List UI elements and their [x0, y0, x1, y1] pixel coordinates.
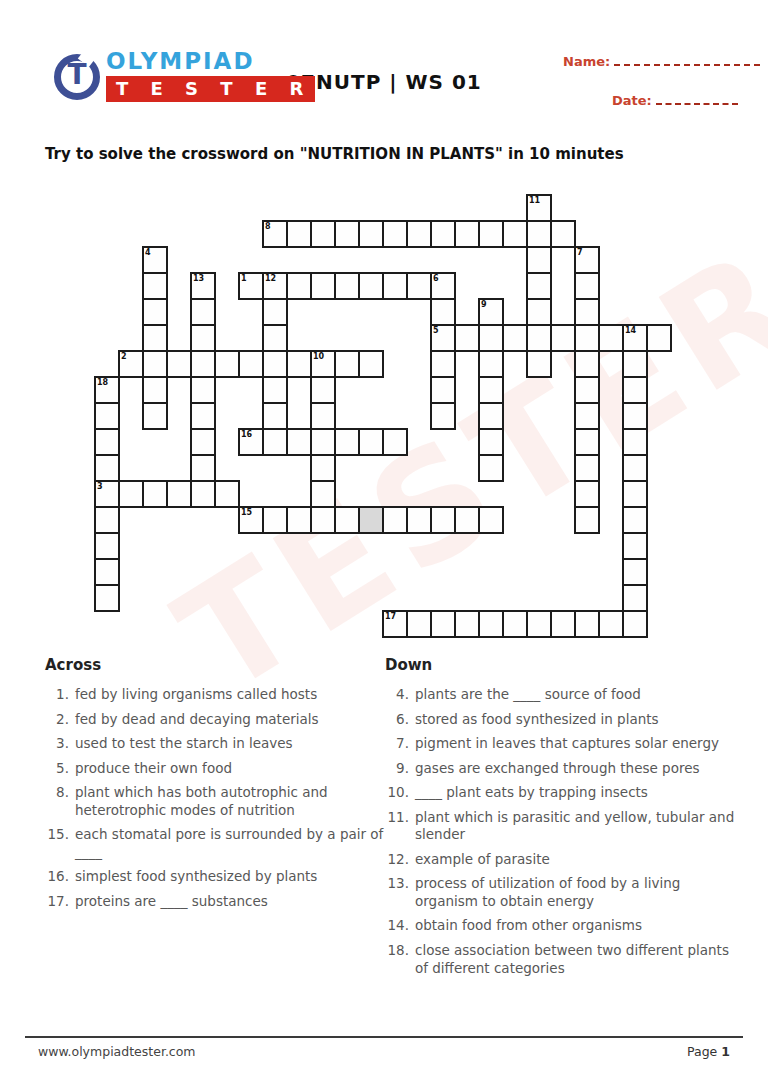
cell-r4c2[interactable] — [142, 298, 168, 326]
cell-r5c2[interactable] — [142, 324, 168, 352]
cell-r12c12[interactable] — [382, 506, 408, 534]
across-heading: Across — [45, 656, 385, 674]
cell-r3c13[interactable] — [406, 272, 432, 300]
clue-item-text: produce their own food — [75, 760, 385, 778]
cell-r9c10[interactable] — [334, 428, 360, 456]
cell-r12c15[interactable] — [454, 506, 480, 534]
clue-item-18: 18.close association between two differe… — [385, 942, 745, 977]
cell-r0c18[interactable]: 11 — [526, 194, 552, 222]
clue-item-7: 7.pigment in leaves that captures solar … — [385, 735, 745, 753]
clue-number-16: 16 — [241, 430, 252, 439]
cell-r6c8[interactable] — [286, 350, 312, 378]
clue-item-number: 17. — [45, 893, 69, 911]
cell-r5c19[interactable] — [550, 324, 576, 352]
cell-r7c20[interactable] — [574, 376, 600, 404]
cell-r9c6[interactable]: 16 — [238, 428, 264, 456]
cell-r9c16[interactable] — [478, 428, 504, 456]
cell-r7c0[interactable]: 18 — [94, 376, 120, 404]
cell-r16c19[interactable] — [550, 610, 576, 638]
cell-r16c20[interactable] — [574, 610, 600, 638]
clue-item-text: used to test the starch in leaves — [75, 735, 385, 753]
cell-r12c6[interactable]: 15 — [238, 506, 264, 534]
cell-r16c22[interactable] — [622, 610, 648, 638]
cell-r4c16[interactable]: 9 — [478, 298, 504, 326]
cell-r1c10[interactable] — [334, 220, 360, 248]
cell-r15c22[interactable] — [622, 584, 648, 612]
cell-r16c21[interactable] — [598, 610, 624, 638]
cell-r12c13[interactable] — [406, 506, 432, 534]
cell-r10c9[interactable] — [310, 454, 336, 482]
cell-r1c19[interactable] — [550, 220, 576, 248]
cell-r6c10[interactable] — [334, 350, 360, 378]
cell-r4c20[interactable] — [574, 298, 600, 326]
clue-number-8: 8 — [265, 222, 271, 231]
clue-number-12: 12 — [265, 274, 276, 283]
clue-item-6: 6.stored as food synthesized in plants — [385, 711, 745, 729]
cell-r9c11[interactable] — [358, 428, 384, 456]
cell-r3c14[interactable]: 6 — [430, 272, 456, 300]
cell-r3c20[interactable] — [574, 272, 600, 300]
clue-item-text: proteins are ____ substances — [75, 893, 385, 911]
cell-r12c9[interactable] — [310, 506, 336, 534]
cell-r14c22[interactable] — [622, 558, 648, 586]
clue-item-16: 16.simplest food synthesized by plants — [45, 868, 385, 886]
cell-r11c4[interactable] — [190, 480, 216, 508]
cell-r6c2[interactable] — [142, 350, 168, 378]
cell-r10c4[interactable] — [190, 454, 216, 482]
clue-item-8: 8.plant which has both autotrophic and h… — [45, 784, 385, 819]
cell-r1c13[interactable] — [406, 220, 432, 248]
cell-r9c12[interactable] — [382, 428, 408, 456]
clue-number-17: 17 — [385, 612, 396, 621]
cell-r12c22[interactable] — [622, 506, 648, 534]
clue-number-11: 11 — [529, 196, 540, 205]
cell-r12c16[interactable] — [478, 506, 504, 534]
down-clue-list: 4.plants are the ____ source of food6.st… — [385, 686, 745, 977]
clue-item-text: example of parasite — [415, 851, 745, 869]
cell-r1c8[interactable] — [286, 220, 312, 248]
cell-r6c4[interactable] — [190, 350, 216, 378]
cell-r8c22[interactable] — [622, 402, 648, 430]
cell-r12c20[interactable] — [574, 506, 600, 534]
cell-r16c15[interactable] — [454, 610, 480, 638]
clue-number-5: 5 — [433, 326, 439, 335]
cell-r4c4[interactable] — [190, 298, 216, 326]
cell-r4c7[interactable] — [262, 298, 288, 326]
cell-r16c17[interactable] — [502, 610, 528, 638]
logo-ring-icon: T — [54, 54, 100, 100]
clue-item-number: 11. — [385, 809, 409, 844]
cell-r6c18[interactable] — [526, 350, 552, 378]
clue-item-number: 3. — [45, 735, 69, 753]
cell-r9c22[interactable] — [622, 428, 648, 456]
date-label: Date: — [612, 93, 652, 108]
cell-r12c10[interactable] — [334, 506, 360, 534]
cell-r1c18[interactable] — [526, 220, 552, 248]
clue-item-11: 11.plant which is parasitic and yellow, … — [385, 809, 745, 844]
cell-r5c15[interactable] — [454, 324, 480, 352]
cell-r9c4[interactable] — [190, 428, 216, 456]
cell-r7c16[interactable] — [478, 376, 504, 404]
cell-r11c9[interactable] — [310, 480, 336, 508]
cell-r16c13[interactable] — [406, 610, 432, 638]
cell-r11c3[interactable] — [166, 480, 192, 508]
clue-item-number: 13. — [385, 875, 409, 910]
cell-r6c16[interactable] — [478, 350, 504, 378]
cell-r16c18[interactable] — [526, 610, 552, 638]
cell-r5c16[interactable] — [478, 324, 504, 352]
clue-item-text: ____ plant eats by trapping insects — [415, 784, 745, 802]
cell-r6c7[interactable] — [262, 350, 288, 378]
clues-section: Across 1.fed by living organisms called … — [45, 656, 745, 984]
cell-r5c7[interactable] — [262, 324, 288, 352]
cell-r6c3[interactable] — [166, 350, 192, 378]
cell-r9c20[interactable] — [574, 428, 600, 456]
cell-r5c4[interactable] — [190, 324, 216, 352]
cell-r5c20[interactable] — [574, 324, 600, 352]
cell-r8c20[interactable] — [574, 402, 600, 430]
clue-number-9: 9 — [481, 300, 487, 309]
across-clues-column: Across 1.fed by living organisms called … — [45, 656, 385, 984]
cell-r2c20[interactable]: 7 — [574, 246, 600, 274]
cell-r4c18[interactable] — [526, 298, 552, 326]
cell-r8c7[interactable] — [262, 402, 288, 430]
cell-r12c0[interactable] — [94, 506, 120, 534]
cell-r1c14[interactable] — [430, 220, 456, 248]
clue-item-text: pigment in leaves that captures solar en… — [415, 735, 745, 753]
cell-r14c0[interactable] — [94, 558, 120, 586]
clue-item-number: 5. — [45, 760, 69, 778]
clue-item-4: 4.plants are the ____ source of food — [385, 686, 745, 704]
down-heading: Down — [385, 656, 745, 674]
cell-r11c5[interactable] — [214, 480, 240, 508]
cell-r7c22[interactable] — [622, 376, 648, 404]
clue-item-3: 3.used to test the starch in leaves — [45, 735, 385, 753]
cell-r1c7[interactable]: 8 — [262, 220, 288, 248]
clue-item-14: 14.obtain food from other organisms — [385, 917, 745, 935]
cell-r6c6[interactable] — [238, 350, 264, 378]
clue-item-number: 18. — [385, 942, 409, 977]
cell-r9c9[interactable] — [310, 428, 336, 456]
cell-r2c2[interactable]: 4 — [142, 246, 168, 274]
cell-r11c22[interactable] — [622, 480, 648, 508]
clue-number-2: 2 — [121, 352, 127, 361]
cell-r6c11[interactable] — [358, 350, 384, 378]
cell-r6c9[interactable]: 10 — [310, 350, 336, 378]
clue-item-number: 12. — [385, 851, 409, 869]
date-field: Date: — [612, 91, 738, 108]
cell-r8c9[interactable] — [310, 402, 336, 430]
date-blank-line[interactable] — [656, 91, 738, 105]
cell-r10c20[interactable] — [574, 454, 600, 482]
cell-r5c14[interactable]: 5 — [430, 324, 456, 352]
clue-number-14: 14 — [625, 326, 636, 335]
clue-number-7: 7 — [577, 248, 583, 257]
cell-r3c18[interactable] — [526, 272, 552, 300]
cell-r10c0[interactable] — [94, 454, 120, 482]
cell-r3c8[interactable] — [286, 272, 312, 300]
clue-item-number: 4. — [385, 686, 409, 704]
clue-item-number: 9. — [385, 760, 409, 778]
across-clue-list: 1.fed by living organisms called hosts2.… — [45, 686, 385, 910]
footer-divider — [25, 1036, 743, 1038]
clue-item-12: 12.example of parasite — [385, 851, 745, 869]
cell-r12c8[interactable] — [286, 506, 312, 534]
cell-r6c14[interactable] — [430, 350, 456, 378]
clue-item-text: gases are exchanged through these pores — [415, 760, 745, 778]
footer-website[interactable]: www.olympiadtester.com — [38, 1044, 196, 1059]
name-blank-line[interactable] — [614, 52, 760, 66]
clue-item-number: 14. — [385, 917, 409, 935]
clue-item-5: 5.produce their own food — [45, 760, 385, 778]
clue-number-3: 3 — [97, 482, 103, 491]
cell-r3c12[interactable] — [382, 272, 408, 300]
cell-r3c9[interactable] — [310, 272, 336, 300]
cell-r13c22[interactable] — [622, 532, 648, 560]
cell-r11c1[interactable] — [118, 480, 144, 508]
cell-r7c2[interactable] — [142, 376, 168, 404]
clue-item-number: 6. — [385, 711, 409, 729]
cell-r6c5[interactable] — [214, 350, 240, 378]
cell-r12c14[interactable] — [430, 506, 456, 534]
clue-number-15: 15 — [241, 508, 252, 517]
cell-r1c11[interactable] — [358, 220, 384, 248]
clue-item-text: simplest food synthesized by plants — [75, 868, 385, 886]
clue-item-text: stored as food synthesized in plants — [415, 711, 745, 729]
cell-r5c18[interactable] — [526, 324, 552, 352]
cell-r1c16[interactable] — [478, 220, 504, 248]
name-field: Name: — [563, 52, 760, 69]
cell-r5c21[interactable] — [598, 324, 624, 352]
clue-item-1: 1.fed by living organisms called hosts — [45, 686, 385, 704]
instruction-text: Try to solve the crossword on "NUTRITION… — [45, 145, 624, 163]
cell-r10c16[interactable] — [478, 454, 504, 482]
cell-r9c7[interactable] — [262, 428, 288, 456]
cell-r12c11[interactable] — [358, 506, 384, 534]
cell-r16c16[interactable] — [478, 610, 504, 638]
clue-item-number: 10. — [385, 784, 409, 802]
logo-t-glyph: T — [61, 58, 93, 91]
clue-number-1: 1 — [241, 274, 247, 283]
cell-r9c8[interactable] — [286, 428, 312, 456]
cell-r12c7[interactable] — [262, 506, 288, 534]
clue-item-text: process of utilization of food by a livi… — [415, 875, 745, 910]
clue-item-text: each stomatal pore is surrounded by a pa… — [75, 826, 385, 861]
clue-item-number: 2. — [45, 711, 69, 729]
cell-r1c12[interactable] — [382, 220, 408, 248]
cell-r11c20[interactable] — [574, 480, 600, 508]
cell-r2c18[interactable] — [526, 246, 552, 274]
down-clues-column: Down 4.plants are the ____ source of foo… — [385, 656, 745, 984]
clue-item-9: 9.gases are exchanged through these pore… — [385, 760, 745, 778]
cell-r1c15[interactable] — [454, 220, 480, 248]
cell-r6c20[interactable] — [574, 350, 600, 378]
cell-r3c10[interactable] — [334, 272, 360, 300]
cell-r7c4[interactable] — [190, 376, 216, 404]
cell-r3c2[interactable] — [142, 272, 168, 300]
clue-item-2: 2.fed by dead and decaying materials — [45, 711, 385, 729]
clue-number-18: 18 — [97, 378, 108, 387]
clue-number-10: 10 — [313, 352, 324, 361]
cell-r5c17[interactable] — [502, 324, 528, 352]
cell-r8c4[interactable] — [190, 402, 216, 430]
clue-item-17: 17.proteins are ____ substances — [45, 893, 385, 911]
clue-item-text: fed by living organisms called hosts — [75, 686, 385, 704]
cell-r4c14[interactable] — [430, 298, 456, 326]
cell-r6c1[interactable]: 2 — [118, 350, 144, 378]
clue-item-number: 8. — [45, 784, 69, 819]
clue-item-number: 15. — [45, 826, 69, 861]
clue-item-15: 15.each stomatal pore is surrounded by a… — [45, 826, 385, 861]
cell-r5c23[interactable] — [646, 324, 672, 352]
cell-r3c6[interactable]: 1 — [238, 272, 264, 300]
clue-item-10: 10.____ plant eats by trapping insects — [385, 784, 745, 802]
logo-olympiad-text: OLYMPIAD — [106, 50, 315, 73]
clue-item-text: close association between two different … — [415, 942, 745, 977]
cell-r3c4[interactable]: 13 — [190, 272, 216, 300]
olympiadtester-logo: T OLYMPIAD T E S T E R — [54, 50, 315, 102]
clue-number-4: 4 — [145, 248, 151, 257]
cell-r6c22[interactable] — [622, 350, 648, 378]
cell-r8c16[interactable] — [478, 402, 504, 430]
name-label: Name: — [563, 54, 610, 69]
logo-tester-text: T E S T E R — [106, 76, 315, 102]
cell-r7c9[interactable] — [310, 376, 336, 404]
clue-item-text: plants are the ____ source of food — [415, 686, 745, 704]
clue-number-13: 13 — [193, 274, 204, 283]
cell-r11c0[interactable]: 3 — [94, 480, 120, 508]
clue-item-number: 1. — [45, 686, 69, 704]
cell-r16c12[interactable]: 17 — [382, 610, 408, 638]
clue-item-text: plant which is parasitic and yellow, tub… — [415, 809, 745, 844]
cell-r11c2[interactable] — [142, 480, 168, 508]
cell-r8c0[interactable] — [94, 402, 120, 430]
clue-item-number: 16. — [45, 868, 69, 886]
cell-r8c14[interactable] — [430, 402, 456, 430]
cell-r3c11[interactable] — [358, 272, 384, 300]
cell-r1c17[interactable] — [502, 220, 528, 248]
clue-number-6: 6 — [433, 274, 439, 283]
cell-r7c7[interactable] — [262, 376, 288, 404]
cell-r10c22[interactable] — [622, 454, 648, 482]
crossword-grid: 118471311269514210181631517 — [94, 194, 672, 638]
cell-r8c2[interactable] — [142, 402, 168, 430]
cell-r16c14[interactable] — [430, 610, 456, 638]
cell-r7c14[interactable] — [430, 376, 456, 404]
footer-page-number: Page 1 — [687, 1044, 730, 1059]
clue-item-text: fed by dead and decaying materials — [75, 711, 385, 729]
cell-r13c0[interactable] — [94, 532, 120, 560]
cell-r1c9[interactable] — [310, 220, 336, 248]
cell-r9c0[interactable] — [94, 428, 120, 456]
clue-item-text: obtain food from other organisms — [415, 917, 745, 935]
cell-r5c22[interactable]: 14 — [622, 324, 648, 352]
clue-item-text: plant which has both autotrophic and het… — [75, 784, 385, 819]
cell-r15c0[interactable] — [94, 584, 120, 612]
cell-r3c7[interactable]: 12 — [262, 272, 288, 300]
clue-item-13: 13.process of utilization of food by a l… — [385, 875, 745, 910]
clue-item-number: 7. — [385, 735, 409, 753]
